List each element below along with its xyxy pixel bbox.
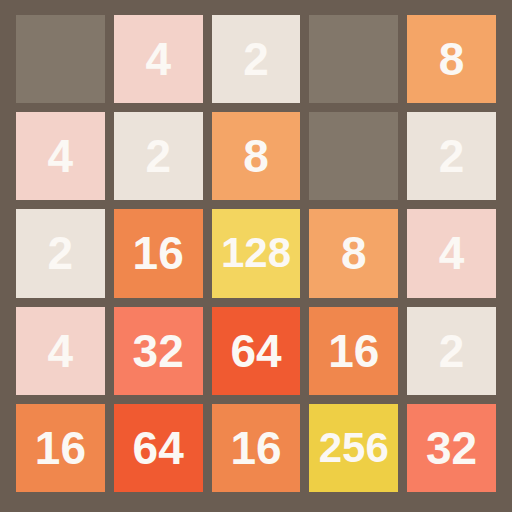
tile-64: 64 <box>114 404 203 492</box>
tile-2: 2 <box>114 112 203 200</box>
tile-4: 4 <box>407 209 496 297</box>
tile-8: 8 <box>407 15 496 103</box>
board-2048[interactable]: 4284282216128844326416216641625632 <box>0 0 512 512</box>
tile-4: 4 <box>114 15 203 103</box>
tile-2: 2 <box>407 112 496 200</box>
empty-cell <box>309 15 398 103</box>
tile-4: 4 <box>16 112 105 200</box>
tile-2: 2 <box>212 15 301 103</box>
tile-8: 8 <box>309 209 398 297</box>
tile-64: 64 <box>212 307 301 395</box>
tile-16: 16 <box>212 404 301 492</box>
tile-4: 4 <box>16 307 105 395</box>
tile-32: 32 <box>407 404 496 492</box>
tile-8: 8 <box>212 112 301 200</box>
tile-32: 32 <box>114 307 203 395</box>
empty-cell <box>309 112 398 200</box>
tile-16: 16 <box>16 404 105 492</box>
tile-256: 256 <box>309 404 398 492</box>
tile-16: 16 <box>114 209 203 297</box>
tile-128: 128 <box>212 209 301 297</box>
tile-16: 16 <box>309 307 398 395</box>
tile-2: 2 <box>407 307 496 395</box>
tile-2: 2 <box>16 209 105 297</box>
empty-cell <box>16 15 105 103</box>
